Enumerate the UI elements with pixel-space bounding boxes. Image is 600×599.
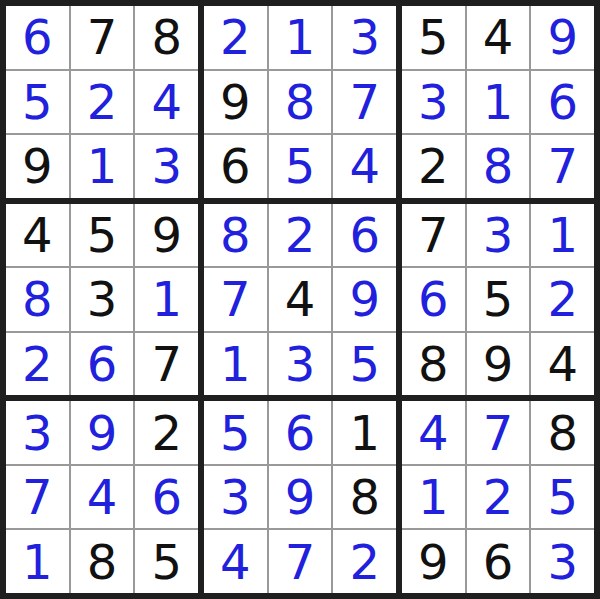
cell-r5c2[interactable]: 3: [71, 268, 134, 331]
cell-r3c8[interactable]: 8: [467, 135, 530, 198]
cell-r1c7[interactable]: 5: [402, 6, 465, 69]
cell-r9c2[interactable]: 8: [71, 530, 134, 593]
cell-r6c1[interactable]: 2: [6, 333, 69, 396]
cell-r8c3[interactable]: 6: [135, 466, 198, 529]
cell-r5c8[interactable]: 5: [467, 268, 530, 331]
box-r0c2: 549316287: [402, 6, 594, 198]
cell-r4c6[interactable]: 6: [333, 204, 396, 267]
cell-r7c8[interactable]: 7: [467, 401, 530, 464]
cell-r8c9[interactable]: 5: [531, 466, 594, 529]
cell-r9c4[interactable]: 4: [204, 530, 267, 593]
cell-r7c1[interactable]: 3: [6, 401, 69, 464]
cell-r7c9[interactable]: 8: [531, 401, 594, 464]
cell-r4c8[interactable]: 3: [467, 204, 530, 267]
cell-r9c8[interactable]: 6: [467, 530, 530, 593]
box-r0c0: 678524913: [6, 6, 198, 198]
cell-r4c9[interactable]: 1: [531, 204, 594, 267]
cell-r9c7[interactable]: 9: [402, 530, 465, 593]
cell-r7c6[interactable]: 1: [333, 401, 396, 464]
cell-r5c5[interactable]: 4: [269, 268, 332, 331]
cell-r3c6[interactable]: 4: [333, 135, 396, 198]
cell-r4c3[interactable]: 9: [135, 204, 198, 267]
cell-r2c3[interactable]: 4: [135, 71, 198, 134]
box-r1c0: 459831267: [6, 204, 198, 396]
cell-r7c7[interactable]: 4: [402, 401, 465, 464]
box-r0c1: 213987654: [204, 6, 396, 198]
cell-r2c9[interactable]: 6: [531, 71, 594, 134]
cell-r2c6[interactable]: 7: [333, 71, 396, 134]
sudoku-board: 678524913 213987654 549316287 459831267 …: [0, 0, 600, 599]
cell-r3c2[interactable]: 1: [71, 135, 134, 198]
cell-r6c6[interactable]: 5: [333, 333, 396, 396]
cell-r8c6[interactable]: 8: [333, 466, 396, 529]
cell-r9c9[interactable]: 3: [531, 530, 594, 593]
cell-r7c4[interactable]: 5: [204, 401, 267, 464]
cell-r8c5[interactable]: 9: [269, 466, 332, 529]
cell-r7c2[interactable]: 9: [71, 401, 134, 464]
cell-r2c8[interactable]: 1: [467, 71, 530, 134]
cell-r4c5[interactable]: 2: [269, 204, 332, 267]
cell-r1c8[interactable]: 4: [467, 6, 530, 69]
cell-r5c9[interactable]: 2: [531, 268, 594, 331]
cell-r5c6[interactable]: 9: [333, 268, 396, 331]
cell-r8c4[interactable]: 3: [204, 466, 267, 529]
cell-r4c1[interactable]: 4: [6, 204, 69, 267]
cell-r1c2[interactable]: 7: [71, 6, 134, 69]
cell-r3c3[interactable]: 3: [135, 135, 198, 198]
box-r2c2: 478125963: [402, 401, 594, 593]
cell-r8c1[interactable]: 7: [6, 466, 69, 529]
cell-r7c3[interactable]: 2: [135, 401, 198, 464]
cell-r4c4[interactable]: 8: [204, 204, 267, 267]
cell-r3c7[interactable]: 2: [402, 135, 465, 198]
cell-r1c6[interactable]: 3: [333, 6, 396, 69]
cell-r9c1[interactable]: 1: [6, 530, 69, 593]
box-r1c2: 731652894: [402, 204, 594, 396]
cell-r1c1[interactable]: 6: [6, 6, 69, 69]
cell-r9c6[interactable]: 2: [333, 530, 396, 593]
cell-r4c7[interactable]: 7: [402, 204, 465, 267]
cell-r2c1[interactable]: 5: [6, 71, 69, 134]
cell-r6c9[interactable]: 4: [531, 333, 594, 396]
cell-r3c9[interactable]: 7: [531, 135, 594, 198]
cell-r8c8[interactable]: 2: [467, 466, 530, 529]
cell-r7c5[interactable]: 6: [269, 401, 332, 464]
cell-r8c2[interactable]: 4: [71, 466, 134, 529]
cell-r3c1[interactable]: 9: [6, 135, 69, 198]
cell-r1c5[interactable]: 1: [269, 6, 332, 69]
cell-r4c2[interactable]: 5: [71, 204, 134, 267]
cell-r9c5[interactable]: 7: [269, 530, 332, 593]
cell-r9c3[interactable]: 5: [135, 530, 198, 593]
box-r1c1: 826749135: [204, 204, 396, 396]
cell-r8c7[interactable]: 1: [402, 466, 465, 529]
cell-r1c9[interactable]: 9: [531, 6, 594, 69]
cell-r2c2[interactable]: 2: [71, 71, 134, 134]
cell-r5c3[interactable]: 1: [135, 268, 198, 331]
cell-r6c5[interactable]: 3: [269, 333, 332, 396]
cell-r6c8[interactable]: 9: [467, 333, 530, 396]
cell-r3c5[interactable]: 5: [269, 135, 332, 198]
cell-r2c5[interactable]: 8: [269, 71, 332, 134]
cell-r2c7[interactable]: 3: [402, 71, 465, 134]
cell-r6c3[interactable]: 7: [135, 333, 198, 396]
box-r2c1: 561398472: [204, 401, 396, 593]
cell-r1c4[interactable]: 2: [204, 6, 267, 69]
cell-r2c4[interactable]: 9: [204, 71, 267, 134]
box-r2c0: 392746185: [6, 401, 198, 593]
cell-r3c4[interactable]: 6: [204, 135, 267, 198]
cell-r5c1[interactable]: 8: [6, 268, 69, 331]
cell-r5c4[interactable]: 7: [204, 268, 267, 331]
cell-r6c4[interactable]: 1: [204, 333, 267, 396]
cell-r6c7[interactable]: 8: [402, 333, 465, 396]
cell-r6c2[interactable]: 6: [71, 333, 134, 396]
cell-r5c7[interactable]: 6: [402, 268, 465, 331]
cell-r1c3[interactable]: 8: [135, 6, 198, 69]
